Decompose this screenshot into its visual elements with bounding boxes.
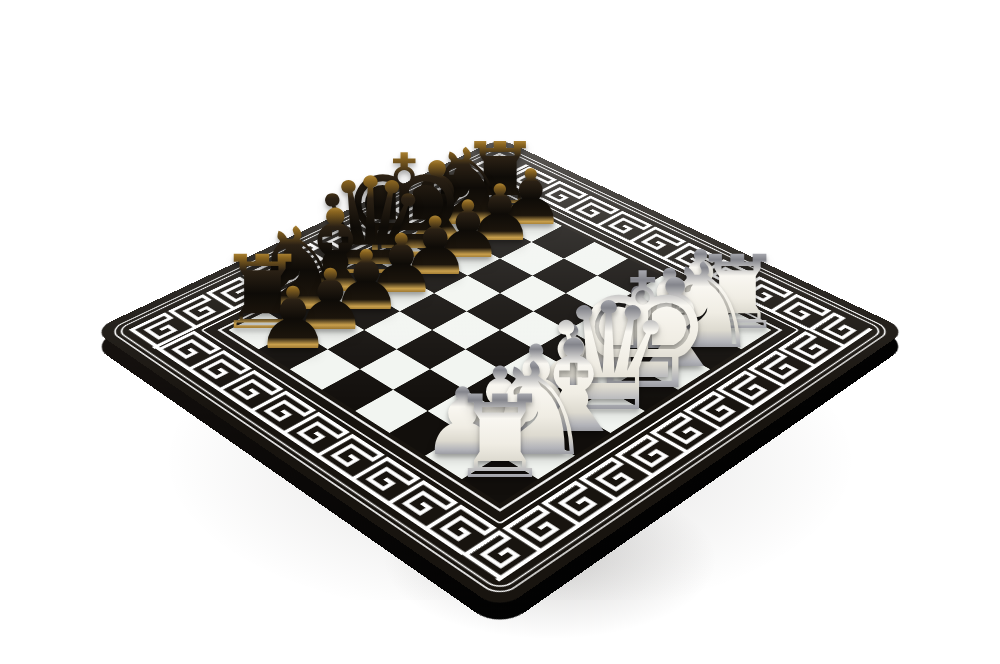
photo-stage: ♜♞♝♛♚♝♞♜♟♟♟♟♟♟♟♟♟♟♟♟♟♟♟♟♜♞♝♛♚♝♞♜ <box>0 0 1000 664</box>
scene-3d: ♜♞♝♛♚♝♞♜♟♟♟♟♟♟♟♟♟♟♟♟♟♟♟♟♜♞♝♛♚♝♞♜ <box>0 0 1000 664</box>
chess-board <box>93 138 908 610</box>
